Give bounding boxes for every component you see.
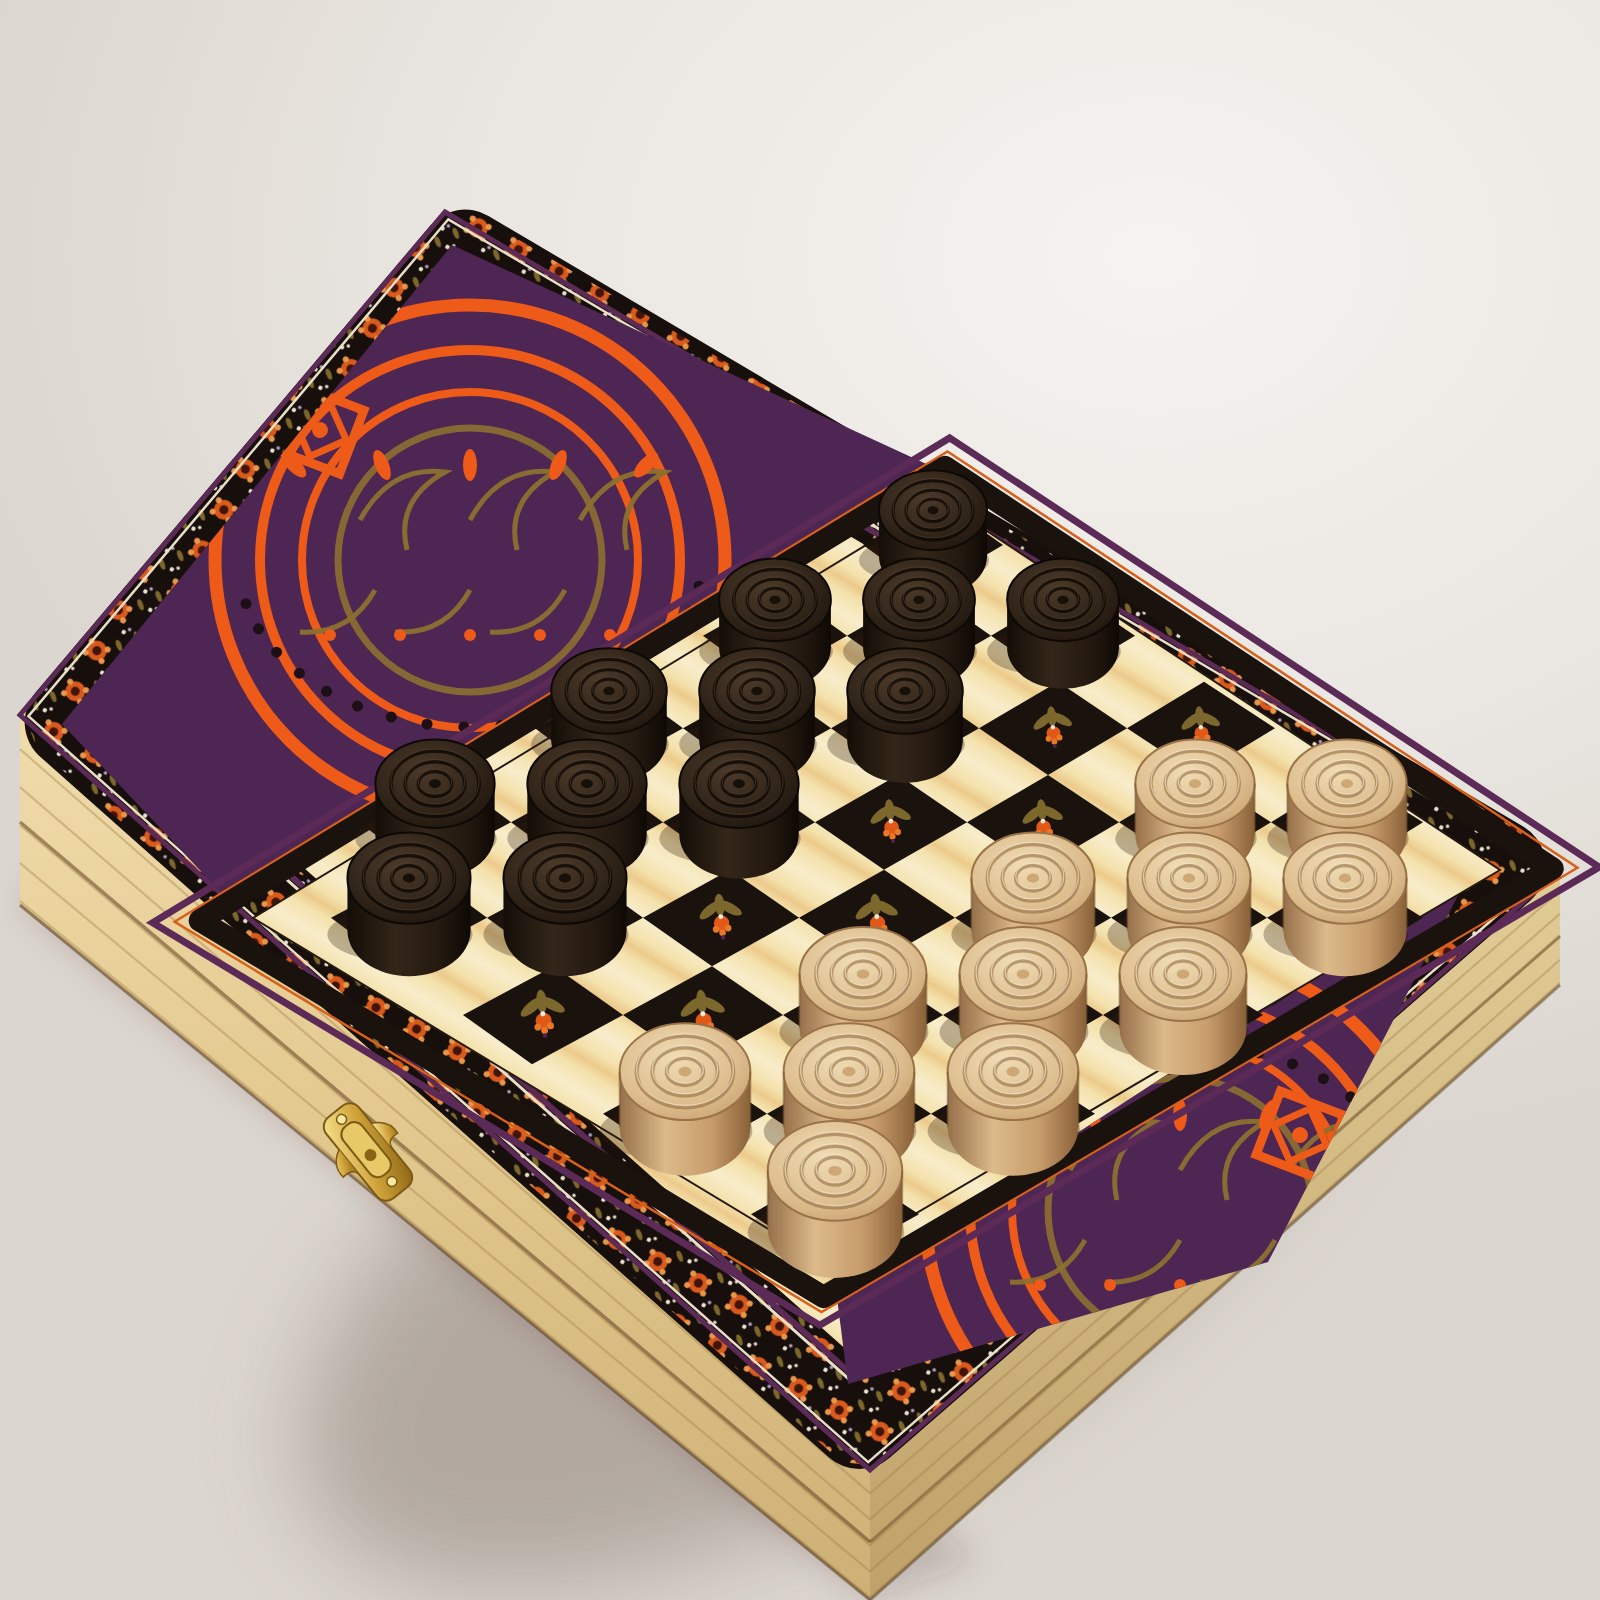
checkers-box-illustration xyxy=(0,0,1600,1600)
product-photo-scene xyxy=(0,0,1600,1600)
